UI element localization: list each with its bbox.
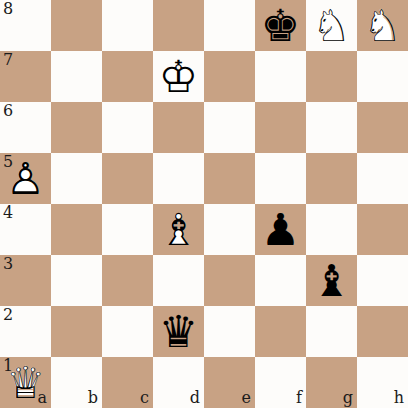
square-c2[interactable] [102,306,153,357]
square-b5[interactable] [51,153,102,204]
square-h3[interactable] [357,255,408,306]
square-h4[interactable] [357,204,408,255]
square-b7[interactable] [51,51,102,102]
square-e3[interactable] [204,255,255,306]
square-h8[interactable]: ♞♘ [357,0,408,51]
square-g2[interactable] [306,306,357,357]
square-e8[interactable] [204,0,255,51]
square-f2[interactable] [255,306,306,357]
piece-black-queen-d2[interactable]: ♛ [153,306,204,357]
square-g7[interactable] [306,51,357,102]
square-b8[interactable] [51,0,102,51]
square-a5[interactable]: ♟♙ [0,153,51,204]
square-c4[interactable] [102,204,153,255]
square-g3[interactable]: ♝ [306,255,357,306]
square-e2[interactable] [204,306,255,357]
square-d3[interactable] [153,255,204,306]
square-f8[interactable]: ♚ [255,0,306,51]
piece-white-bishop-d4[interactable]: ♝♗ [153,204,204,255]
square-a3[interactable] [0,255,51,306]
chess-board: ♚♞♘♞♘♚♔♟♙♝♗♟♝♛♛♕87654321abcdefgh [0,0,408,408]
piece-black-king-f8[interactable]: ♚ [255,0,306,51]
square-g4[interactable] [306,204,357,255]
piece-white-pawn-a5[interactable]: ♟♙ [0,153,51,204]
square-d7[interactable]: ♚♔ [153,51,204,102]
square-b3[interactable] [51,255,102,306]
square-f5[interactable] [255,153,306,204]
square-c7[interactable] [102,51,153,102]
square-c6[interactable] [102,102,153,153]
square-c1[interactable] [102,357,153,408]
square-g8[interactable]: ♞♘ [306,0,357,51]
square-d4[interactable]: ♝♗ [153,204,204,255]
piece-white-knight-g8[interactable]: ♞♘ [306,0,357,51]
square-h7[interactable] [357,51,408,102]
square-b1[interactable] [51,357,102,408]
square-e4[interactable] [204,204,255,255]
square-e7[interactable] [204,51,255,102]
square-c8[interactable] [102,0,153,51]
square-a7[interactable] [0,51,51,102]
square-a1[interactable]: ♛♕ [0,357,51,408]
square-a8[interactable] [0,0,51,51]
square-b6[interactable] [51,102,102,153]
square-f6[interactable] [255,102,306,153]
square-d8[interactable] [153,0,204,51]
square-h5[interactable] [357,153,408,204]
square-d6[interactable] [153,102,204,153]
square-h1[interactable] [357,357,408,408]
square-a4[interactable] [0,204,51,255]
square-e5[interactable] [204,153,255,204]
piece-white-queen-a1[interactable]: ♛♕ [0,357,51,408]
square-f3[interactable] [255,255,306,306]
square-d1[interactable] [153,357,204,408]
square-e6[interactable] [204,102,255,153]
square-h6[interactable] [357,102,408,153]
square-g5[interactable] [306,153,357,204]
square-c5[interactable] [102,153,153,204]
square-d2[interactable]: ♛ [153,306,204,357]
square-f7[interactable] [255,51,306,102]
piece-white-king-d7[interactable]: ♚♔ [153,51,204,102]
square-e1[interactable] [204,357,255,408]
square-b2[interactable] [51,306,102,357]
square-a2[interactable] [0,306,51,357]
square-h2[interactable] [357,306,408,357]
piece-black-pawn-f4[interactable]: ♟ [255,204,306,255]
square-f1[interactable] [255,357,306,408]
square-b4[interactable] [51,204,102,255]
square-g6[interactable] [306,102,357,153]
square-g1[interactable] [306,357,357,408]
square-c3[interactable] [102,255,153,306]
piece-white-knight-h8[interactable]: ♞♘ [357,0,408,51]
piece-black-bishop-g3[interactable]: ♝ [306,255,357,306]
square-f4[interactable]: ♟ [255,204,306,255]
square-d5[interactable] [153,153,204,204]
square-a6[interactable] [0,102,51,153]
